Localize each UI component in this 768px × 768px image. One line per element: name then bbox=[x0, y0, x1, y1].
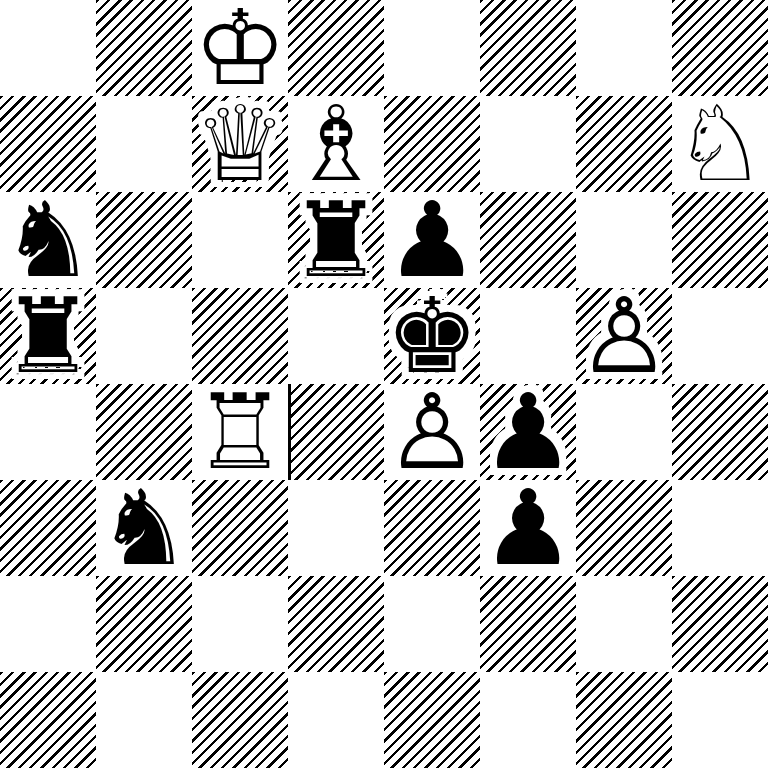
square-c8[interactable]: ♚♔ bbox=[192, 0, 288, 96]
square-e4[interactable]: ♟♙ bbox=[384, 384, 480, 480]
square-a7[interactable] bbox=[0, 96, 96, 192]
piece-glyph: ♙ bbox=[576, 288, 672, 384]
square-g1[interactable] bbox=[576, 672, 672, 768]
piece-glyph: ♟ bbox=[384, 192, 480, 288]
piece-glyph: ♚ bbox=[384, 288, 480, 384]
black-king[interactable]: ♚♚ bbox=[384, 288, 480, 384]
square-d3[interactable] bbox=[288, 480, 384, 576]
square-a1[interactable] bbox=[0, 672, 96, 768]
square-h3[interactable] bbox=[672, 480, 768, 576]
piece-glyph: ♕ bbox=[192, 96, 288, 192]
square-h5[interactable] bbox=[672, 288, 768, 384]
square-c3[interactable] bbox=[192, 480, 288, 576]
square-d1[interactable] bbox=[288, 672, 384, 768]
square-c2[interactable] bbox=[192, 576, 288, 672]
piece-glyph: ♞ bbox=[96, 480, 192, 576]
square-b2[interactable] bbox=[96, 576, 192, 672]
square-f5[interactable] bbox=[480, 288, 576, 384]
square-b8[interactable] bbox=[96, 0, 192, 96]
black-pawn[interactable]: ♟♟ bbox=[384, 192, 480, 288]
square-f7[interactable] bbox=[480, 96, 576, 192]
square-a5[interactable]: ♜♜ bbox=[0, 288, 96, 384]
square-g3[interactable] bbox=[576, 480, 672, 576]
square-g4[interactable] bbox=[576, 384, 672, 480]
square-c1[interactable] bbox=[192, 672, 288, 768]
square-d2[interactable] bbox=[288, 576, 384, 672]
square-g2[interactable] bbox=[576, 576, 672, 672]
black-pawn[interactable]: ♟♟ bbox=[480, 384, 576, 480]
square-g8[interactable] bbox=[576, 0, 672, 96]
square-e6[interactable]: ♟♟ bbox=[384, 192, 480, 288]
square-g5[interactable]: ♟♙ bbox=[576, 288, 672, 384]
square-c5[interactable] bbox=[192, 288, 288, 384]
square-h8[interactable] bbox=[672, 0, 768, 96]
square-h7[interactable]: ♞♘ bbox=[672, 96, 768, 192]
square-b6[interactable] bbox=[96, 192, 192, 288]
white-queen[interactable]: ♛♕ bbox=[192, 96, 288, 192]
square-e1[interactable] bbox=[384, 672, 480, 768]
square-g7[interactable] bbox=[576, 96, 672, 192]
square-d7[interactable]: ♝♗ bbox=[288, 96, 384, 192]
piece-glyph: ♙ bbox=[384, 384, 480, 480]
piece-glyph: ♘ bbox=[672, 96, 768, 192]
square-e8[interactable] bbox=[384, 0, 480, 96]
white-pawn[interactable]: ♟♙ bbox=[576, 288, 672, 384]
square-g6[interactable] bbox=[576, 192, 672, 288]
square-h1[interactable] bbox=[672, 672, 768, 768]
square-h6[interactable] bbox=[672, 192, 768, 288]
square-a3[interactable] bbox=[0, 480, 96, 576]
square-b7[interactable] bbox=[96, 96, 192, 192]
square-a4[interactable] bbox=[0, 384, 96, 480]
white-pawn[interactable]: ♟♙ bbox=[384, 384, 480, 480]
square-c4[interactable]: ♜♖ bbox=[192, 384, 288, 480]
piece-glyph: ♜ bbox=[288, 192, 384, 288]
black-rook[interactable]: ♜♜ bbox=[288, 192, 384, 288]
square-b4[interactable] bbox=[96, 384, 192, 480]
white-king[interactable]: ♚♔ bbox=[192, 0, 288, 96]
square-a2[interactable] bbox=[0, 576, 96, 672]
square-a6[interactable]: ♞♞ bbox=[0, 192, 96, 288]
square-e5[interactable]: ♚♚ bbox=[384, 288, 480, 384]
piece-glyph: ♞ bbox=[0, 192, 96, 288]
square-e2[interactable] bbox=[384, 576, 480, 672]
square-f4[interactable]: ♟♟ bbox=[480, 384, 576, 480]
white-rook[interactable]: ♜♖ bbox=[192, 384, 288, 480]
square-e3[interactable] bbox=[384, 480, 480, 576]
square-b3[interactable]: ♞♞ bbox=[96, 480, 192, 576]
black-knight[interactable]: ♞♞ bbox=[96, 480, 192, 576]
square-e7[interactable] bbox=[384, 96, 480, 192]
square-h2[interactable] bbox=[672, 576, 768, 672]
black-rook[interactable]: ♜♜ bbox=[0, 288, 96, 384]
chess-board: ♚♔♛♕♝♗♞♘♞♞♜♜♟♟♜♜♚♚♟♙♜♖♟♙♟♟♞♞♟♟ bbox=[0, 0, 768, 768]
white-knight[interactable]: ♞♘ bbox=[672, 96, 768, 192]
square-d8[interactable] bbox=[288, 0, 384, 96]
piece-glyph: ♖ bbox=[192, 384, 288, 480]
square-c6[interactable] bbox=[192, 192, 288, 288]
piece-glyph: ♟ bbox=[480, 480, 576, 576]
black-pawn[interactable]: ♟♟ bbox=[480, 480, 576, 576]
square-f1[interactable] bbox=[480, 672, 576, 768]
square-f3[interactable]: ♟♟ bbox=[480, 480, 576, 576]
square-c7[interactable]: ♛♕ bbox=[192, 96, 288, 192]
square-b5[interactable] bbox=[96, 288, 192, 384]
piece-glyph: ♗ bbox=[288, 96, 384, 192]
piece-glyph: ♟ bbox=[480, 384, 576, 480]
piece-glyph: ♔ bbox=[192, 0, 288, 96]
square-b1[interactable] bbox=[96, 672, 192, 768]
white-bishop[interactable]: ♝♗ bbox=[288, 96, 384, 192]
square-d5[interactable] bbox=[288, 288, 384, 384]
square-f6[interactable] bbox=[480, 192, 576, 288]
square-d4[interactable] bbox=[288, 384, 384, 480]
square-a8[interactable] bbox=[0, 0, 96, 96]
square-h4[interactable] bbox=[672, 384, 768, 480]
piece-glyph: ♜ bbox=[0, 288, 96, 384]
square-f2[interactable] bbox=[480, 576, 576, 672]
square-d6[interactable]: ♜♜ bbox=[288, 192, 384, 288]
square-f8[interactable] bbox=[480, 0, 576, 96]
black-knight[interactable]: ♞♞ bbox=[0, 192, 96, 288]
